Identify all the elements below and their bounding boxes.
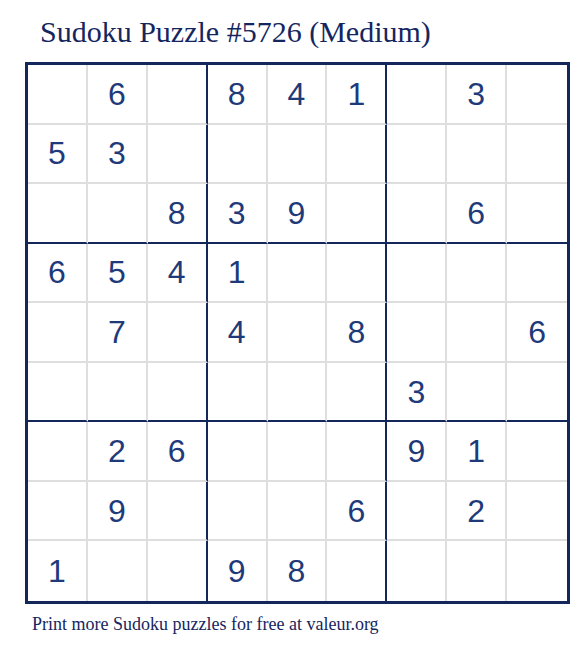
sudoku-cell-r5c4: 4 (208, 303, 268, 363)
sudoku-cell-r2c5 (268, 125, 328, 185)
sudoku-cell-r9c1: 1 (28, 541, 88, 601)
sudoku-cell-r3c2 (88, 184, 148, 244)
sudoku-cell-r1c7 (387, 65, 447, 125)
sudoku-cell-r6c3 (148, 363, 208, 423)
sudoku-cell-r1c2: 6 (88, 65, 148, 125)
sudoku-cell-r6c5 (268, 363, 328, 423)
sudoku-cell-r3c1 (28, 184, 88, 244)
sudoku-cell-r2c1: 5 (28, 125, 88, 185)
sudoku-cell-r2c7 (387, 125, 447, 185)
sudoku-board: 684135383966541748632691962198 (25, 62, 570, 604)
sudoku-cell-r2c8 (447, 125, 507, 185)
sudoku-cell-r3c7 (387, 184, 447, 244)
sudoku-cell-r5c3 (148, 303, 208, 363)
sudoku-cell-r8c2: 9 (88, 482, 148, 542)
footer-text: Print more Sudoku puzzles for free at va… (32, 614, 379, 635)
sudoku-cell-r9c7 (387, 541, 447, 601)
sudoku-cell-r5c7 (387, 303, 447, 363)
sudoku-cell-r1c8: 3 (447, 65, 507, 125)
sudoku-cell-r1c4: 8 (208, 65, 268, 125)
sudoku-cell-r4c9 (507, 244, 567, 304)
sudoku-cell-r1c9 (507, 65, 567, 125)
sudoku-cell-r2c9 (507, 125, 567, 185)
sudoku-cell-r7c2: 2 (88, 422, 148, 482)
sudoku-cell-r1c5: 4 (268, 65, 328, 125)
sudoku-cell-r7c9 (507, 422, 567, 482)
sudoku-cell-r9c5: 8 (268, 541, 328, 601)
sudoku-cell-r6c9 (507, 363, 567, 423)
sudoku-cell-r5c9: 6 (507, 303, 567, 363)
sudoku-cell-r6c4 (208, 363, 268, 423)
sudoku-cell-r8c1 (28, 482, 88, 542)
sudoku-cell-r3c3: 8 (148, 184, 208, 244)
sudoku-cell-r4c4: 1 (208, 244, 268, 304)
sudoku-cell-r8c6: 6 (327, 482, 387, 542)
sudoku-cell-r7c3: 6 (148, 422, 208, 482)
sudoku-cell-r9c2 (88, 541, 148, 601)
sudoku-cell-r8c4 (208, 482, 268, 542)
sudoku-cell-r1c1 (28, 65, 88, 125)
sudoku-cell-r6c6 (327, 363, 387, 423)
sudoku-cell-r3c8: 6 (447, 184, 507, 244)
sudoku-cell-r9c4: 9 (208, 541, 268, 601)
sudoku-cell-r5c5 (268, 303, 328, 363)
sudoku-cell-r2c6 (327, 125, 387, 185)
sudoku-cell-r9c3 (148, 541, 208, 601)
sudoku-cell-r7c5 (268, 422, 328, 482)
page-title: Sudoku Puzzle #5726 (Medium) (40, 15, 431, 49)
sudoku-cell-r8c7 (387, 482, 447, 542)
sudoku-cell-r6c2 (88, 363, 148, 423)
sudoku-cell-r2c2: 3 (88, 125, 148, 185)
sudoku-cell-r8c8: 2 (447, 482, 507, 542)
sudoku-cell-r4c2: 5 (88, 244, 148, 304)
sudoku-cell-r5c1 (28, 303, 88, 363)
sudoku-cell-r3c9 (507, 184, 567, 244)
sudoku-cell-r8c9 (507, 482, 567, 542)
sudoku-cell-r7c1 (28, 422, 88, 482)
sudoku-cell-r8c5 (268, 482, 328, 542)
sudoku-cell-r7c8: 1 (447, 422, 507, 482)
sudoku-cell-r7c6 (327, 422, 387, 482)
sudoku-cell-r5c8 (447, 303, 507, 363)
sudoku-cell-r3c6 (327, 184, 387, 244)
sudoku-cell-r7c7: 9 (387, 422, 447, 482)
sudoku-cell-r4c5 (268, 244, 328, 304)
sudoku-cell-r2c3 (148, 125, 208, 185)
sudoku-cell-r4c7 (387, 244, 447, 304)
sudoku-cell-r1c3 (148, 65, 208, 125)
sudoku-cell-r6c7: 3 (387, 363, 447, 423)
sudoku-cell-r6c8 (447, 363, 507, 423)
sudoku-cell-r2c4 (208, 125, 268, 185)
sudoku-cell-r6c1 (28, 363, 88, 423)
sudoku-cell-r4c8 (447, 244, 507, 304)
sudoku-cell-r3c4: 3 (208, 184, 268, 244)
sudoku-cell-r3c5: 9 (268, 184, 328, 244)
sudoku-cell-r5c2: 7 (88, 303, 148, 363)
sudoku-cell-r9c9 (507, 541, 567, 601)
sudoku-cell-r1c6: 1 (327, 65, 387, 125)
sudoku-cell-r4c3: 4 (148, 244, 208, 304)
sudoku-cell-r5c6: 8 (327, 303, 387, 363)
sudoku-cell-r7c4 (208, 422, 268, 482)
sudoku-cell-r4c6 (327, 244, 387, 304)
sudoku-cell-r9c8 (447, 541, 507, 601)
sudoku-cell-r4c1: 6 (28, 244, 88, 304)
sudoku-cell-r8c3 (148, 482, 208, 542)
sudoku-cell-r9c6 (327, 541, 387, 601)
